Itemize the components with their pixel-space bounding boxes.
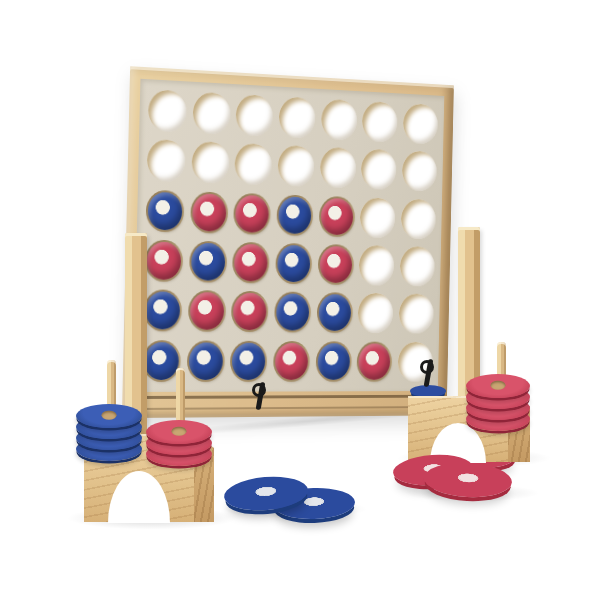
- bottom-rail-seam: [125, 395, 444, 399]
- empty-hole: [147, 139, 186, 182]
- hole-with-red-disc: [317, 244, 354, 285]
- red-disc: [235, 195, 269, 233]
- hole-with-blue-disc: [315, 341, 352, 381]
- red-disc: [147, 242, 182, 280]
- cell-r4c5: [314, 240, 357, 289]
- empty-hole: [360, 197, 396, 238]
- red-disc: [275, 343, 308, 380]
- connect-four-board: [122, 66, 454, 418]
- empty-hole: [192, 92, 230, 135]
- empty-hole: [236, 94, 274, 137]
- blue-disc: [191, 243, 226, 281]
- empty-hole: [191, 141, 229, 184]
- blue-disc: [276, 294, 309, 331]
- right-foot-red-stack: [466, 374, 530, 431]
- cell-r1c5: [318, 95, 360, 145]
- empty-hole: [277, 145, 314, 187]
- empty-hole: [399, 246, 434, 286]
- empty-hole: [319, 147, 355, 189]
- hole-with-blue-disc: [276, 194, 313, 236]
- hole-with-red-disc: [273, 341, 310, 382]
- cell-r6c3: [227, 336, 271, 385]
- cell-r4c3: [229, 238, 273, 288]
- red-disc: [320, 198, 353, 235]
- hole-with-red-disc: [145, 240, 184, 283]
- empty-hole: [235, 143, 273, 185]
- left-foot-blue-stack: [76, 404, 142, 461]
- cell-r1c4: [275, 92, 318, 143]
- hole-with-red-disc: [318, 196, 354, 237]
- cell-r4c4: [272, 239, 315, 289]
- empty-hole: [402, 151, 437, 192]
- blue-disc: [317, 343, 350, 380]
- cell-r2c5: [316, 143, 358, 193]
- red-disc: [190, 293, 225, 331]
- empty-hole: [398, 294, 433, 334]
- empty-hole: [400, 199, 435, 240]
- cell-r5c4: [271, 288, 314, 337]
- blue-disc: [318, 295, 351, 332]
- cell-r2c1: [144, 135, 189, 187]
- empty-hole: [279, 97, 316, 139]
- latch-left: [249, 380, 271, 414]
- blue-disc: [277, 245, 310, 282]
- product-photo-scene: [0, 0, 600, 600]
- cell-r1c7: [400, 99, 441, 148]
- cell-r1c6: [359, 97, 401, 147]
- cell-r4c1: [141, 235, 186, 286]
- cell-r3c4: [273, 190, 316, 240]
- empty-hole: [148, 89, 187, 133]
- hole-with-blue-disc: [143, 290, 182, 332]
- blue-disc: [148, 192, 183, 231]
- cell-r5c6: [355, 289, 397, 337]
- left-foot-red-stack: [146, 420, 212, 466]
- empty-hole: [403, 103, 438, 144]
- hole-with-blue-disc: [146, 190, 185, 233]
- board-panel: [133, 79, 444, 392]
- cell-r2c3: [232, 139, 276, 190]
- blue-disc: [278, 196, 311, 234]
- blue-stack-disc: [76, 404, 142, 428]
- empty-hole: [362, 101, 398, 143]
- hole-with-red-disc: [356, 341, 392, 381]
- cell-r6c5: [312, 337, 355, 386]
- hole-with-blue-disc: [187, 340, 225, 382]
- cell-r3c6: [357, 193, 399, 242]
- cell-r3c1: [143, 185, 188, 236]
- hole-with-red-disc: [232, 242, 270, 284]
- red-stack-disc: [466, 374, 530, 398]
- cell-r2c4: [274, 141, 317, 191]
- red-disc: [192, 193, 227, 231]
- cell-r6c6: [354, 337, 396, 385]
- hole-with-blue-disc: [189, 241, 227, 283]
- cell-r6c2: [183, 336, 228, 386]
- empty-hole: [358, 293, 394, 333]
- blue-disc: [188, 342, 223, 380]
- hole-with-red-disc: [188, 291, 226, 333]
- cell-r4c2: [186, 237, 231, 287]
- red-disc: [234, 244, 268, 282]
- cell-r4c6: [356, 241, 398, 290]
- cell-r2c7: [399, 147, 440, 196]
- bottom-rail-seam-lower: [125, 406, 444, 410]
- cell-r3c3: [230, 188, 274, 238]
- cell-r5c5: [313, 289, 356, 338]
- cell-r4c7: [396, 242, 437, 290]
- hole-with-red-disc: [234, 193, 272, 235]
- red-disc: [319, 246, 352, 283]
- cell-r3c2: [187, 187, 232, 238]
- blue-disc: [145, 292, 180, 330]
- empty-hole: [361, 149, 397, 190]
- empty-hole: [359, 245, 395, 286]
- red-stack-disc: [146, 420, 212, 444]
- hole-with-red-disc: [190, 191, 228, 233]
- cell-r5c7: [395, 290, 436, 338]
- cell-r3c5: [315, 192, 358, 242]
- left-foot-peg-red: [176, 368, 185, 428]
- cell-r6c4: [270, 337, 313, 386]
- board-grid: [133, 79, 444, 392]
- blue-disc: [232, 343, 266, 380]
- hole-with-blue-disc: [275, 243, 312, 284]
- cell-r3c7: [398, 195, 439, 244]
- cell-r2c6: [358, 145, 400, 195]
- cell-r5c3: [228, 287, 272, 337]
- red-disc: [233, 293, 267, 331]
- hole-with-red-disc: [231, 291, 269, 332]
- blue-disc: [144, 342, 179, 380]
- cell-r1c1: [145, 85, 190, 137]
- cell-r1c2: [189, 88, 234, 140]
- hole-with-blue-disc: [316, 293, 353, 334]
- cell-r2c2: [188, 137, 233, 188]
- cell-r1c3: [233, 90, 277, 141]
- red-disc: [358, 343, 390, 379]
- hole-with-blue-disc: [230, 341, 268, 382]
- hole-with-blue-disc: [274, 292, 311, 333]
- latch-right: [417, 357, 439, 391]
- cell-r5c2: [185, 286, 230, 336]
- empty-hole: [321, 99, 357, 141]
